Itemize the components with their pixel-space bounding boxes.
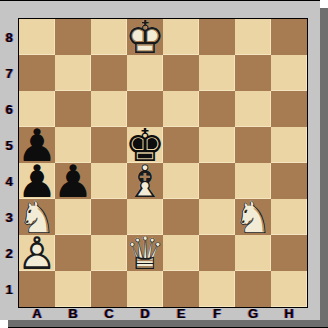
white-king-outline: ♔ [127,19,163,55]
square-h2[interactable] [271,235,307,271]
square-g2[interactable] [235,235,271,271]
square-a8[interactable] [19,19,55,55]
square-g6[interactable] [235,91,271,127]
square-g5[interactable] [235,127,271,163]
square-b3[interactable] [55,199,91,235]
rank-label-2: 2 [0,235,18,271]
square-f2[interactable] [199,235,235,271]
square-g8[interactable] [235,19,271,55]
square-f3[interactable] [199,199,235,235]
square-g7[interactable] [235,55,271,91]
white-pawn-outline: ♙ [19,235,55,271]
square-b1[interactable] [55,271,91,307]
file-label-a: A [19,306,55,320]
rank-label-3: 3 [0,199,18,235]
square-c8[interactable] [91,19,127,55]
square-b7[interactable] [55,55,91,91]
black-pawn-glyph: ♟ [55,163,91,199]
square-h1[interactable] [271,271,307,307]
square-e3[interactable] [163,199,199,235]
piece-white-knight[interactable]: ♞♘ [235,199,271,235]
square-b2[interactable] [55,235,91,271]
rank-labels: 87654321 [0,19,18,307]
square-h4[interactable] [271,163,307,199]
square-e8[interactable] [163,19,199,55]
square-f8[interactable] [199,19,235,55]
square-f5[interactable] [199,127,235,163]
square-f6[interactable] [199,91,235,127]
square-h6[interactable] [271,91,307,127]
square-a1[interactable] [19,271,55,307]
square-f4[interactable] [199,163,235,199]
square-d7[interactable] [127,55,163,91]
drop-shadow-bottom [8,320,320,328]
square-e4[interactable] [163,163,199,199]
file-label-b: B [55,306,91,320]
square-e1[interactable] [163,271,199,307]
square-c4[interactable] [91,163,127,199]
piece-white-king[interactable]: ♚♔ [127,19,163,55]
square-c6[interactable] [91,91,127,127]
square-c2[interactable] [91,235,127,271]
square-c1[interactable] [91,271,127,307]
square-e2[interactable] [163,235,199,271]
square-d8[interactable]: ♚♔ [127,19,163,55]
chess-diagram: 87654321 ♚♔♟♚♟♟♝♗♞♘♞♘♟♙♛♕ ABCDEFGH [0,0,328,328]
rank-label-7: 7 [0,55,18,91]
square-b6[interactable] [55,91,91,127]
piece-white-bishop[interactable]: ♝♗ [127,163,163,199]
square-b4[interactable]: ♟ [55,163,91,199]
square-d1[interactable] [127,271,163,307]
file-labels: ABCDEFGH [19,306,307,320]
file-label-f: F [199,306,235,320]
white-knight-outline: ♘ [235,199,271,235]
square-d4[interactable]: ♝♗ [127,163,163,199]
file-label-c: C [91,306,127,320]
square-b8[interactable] [55,19,91,55]
square-h5[interactable] [271,127,307,163]
rank-label-1: 1 [0,271,18,307]
rank-label-4: 4 [0,163,18,199]
square-e7[interactable] [163,55,199,91]
square-a7[interactable] [19,55,55,91]
white-bishop-outline: ♗ [127,163,163,199]
piece-white-queen[interactable]: ♛♕ [127,235,163,271]
file-label-h: H [271,306,307,320]
square-c7[interactable] [91,55,127,91]
rank-label-8: 8 [0,19,18,55]
square-c3[interactable] [91,199,127,235]
piece-white-pawn[interactable]: ♟♙ [19,235,55,271]
square-h3[interactable] [271,199,307,235]
square-h8[interactable] [271,19,307,55]
square-f7[interactable] [199,55,235,91]
file-label-g: G [235,306,271,320]
chess-board: ♚♔♟♚♟♟♝♗♞♘♞♘♟♙♛♕ [18,18,308,308]
square-c5[interactable] [91,127,127,163]
drop-shadow-right [320,8,328,328]
square-g1[interactable] [235,271,271,307]
white-queen-outline: ♕ [127,235,163,271]
square-a2[interactable]: ♟♙ [19,235,55,271]
square-h7[interactable] [271,55,307,91]
piece-black-pawn[interactable]: ♟ [55,163,91,199]
rank-label-6: 6 [0,91,18,127]
file-label-e: E [163,306,199,320]
square-f1[interactable] [199,271,235,307]
rank-label-5: 5 [0,127,18,163]
square-d2[interactable]: ♛♕ [127,235,163,271]
square-e5[interactable] [163,127,199,163]
square-e6[interactable] [163,91,199,127]
square-g3[interactable]: ♞♘ [235,199,271,235]
file-label-d: D [127,306,163,320]
